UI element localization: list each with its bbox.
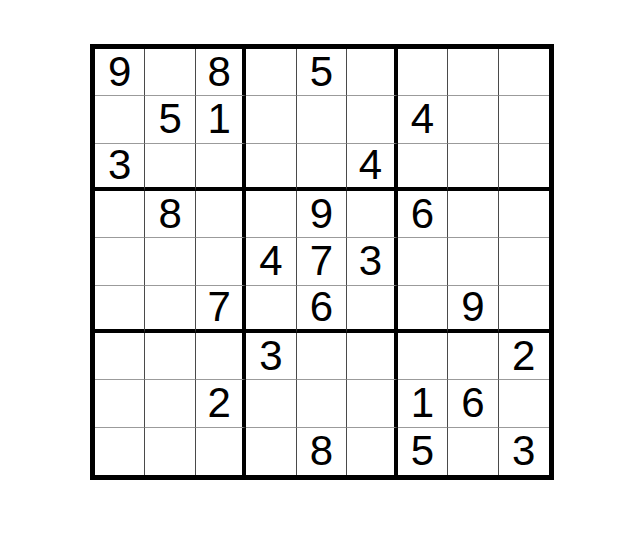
cell-r8c9[interactable] xyxy=(499,380,549,427)
cell-r9c6[interactable] xyxy=(347,428,397,475)
cell-r7c6[interactable] xyxy=(347,333,397,380)
cell-r8c7[interactable]: 1 xyxy=(398,380,448,427)
given-digit: 3 xyxy=(512,430,535,472)
cell-r1c3[interactable]: 8 xyxy=(196,49,246,96)
cell-r8c5[interactable] xyxy=(297,380,347,427)
cell-r9c4[interactable] xyxy=(246,428,296,475)
given-digit: 5 xyxy=(411,430,434,472)
cell-r1c9[interactable] xyxy=(499,49,549,96)
given-digit: 8 xyxy=(207,51,230,93)
cell-r2c7[interactable]: 4 xyxy=(398,96,448,143)
cell-r2c4[interactable] xyxy=(246,96,296,143)
cell-r3c6[interactable]: 4 xyxy=(347,144,397,191)
given-digit: 3 xyxy=(108,144,131,186)
given-digit: 8 xyxy=(310,430,333,472)
cell-r4c6[interactable] xyxy=(347,191,397,238)
cell-r1c1[interactable]: 9 xyxy=(95,49,145,96)
cell-r4c2[interactable]: 8 xyxy=(145,191,195,238)
cell-r5c9[interactable] xyxy=(499,238,549,285)
cell-r6c6[interactable] xyxy=(347,286,397,333)
cell-r5c7[interactable] xyxy=(398,238,448,285)
given-digit: 6 xyxy=(310,286,333,328)
cell-r4c4[interactable] xyxy=(246,191,296,238)
sudoku-page: 9855143489647376932216853 xyxy=(0,0,640,540)
given-digit: 9 xyxy=(108,51,131,93)
cell-r8c2[interactable] xyxy=(145,380,195,427)
given-digit: 1 xyxy=(207,98,230,140)
given-digit: 8 xyxy=(158,193,181,235)
cell-r8c4[interactable] xyxy=(246,380,296,427)
cell-r3c1[interactable]: 3 xyxy=(95,144,145,191)
cell-r3c7[interactable] xyxy=(398,144,448,191)
cell-r9c9[interactable]: 3 xyxy=(499,428,549,475)
cell-r5c4[interactable]: 4 xyxy=(246,238,296,285)
cell-r8c8[interactable]: 6 xyxy=(448,380,498,427)
cell-r3c2[interactable] xyxy=(145,144,195,191)
given-digit: 7 xyxy=(310,240,333,282)
given-digit: 6 xyxy=(411,193,434,235)
cell-r9c5[interactable]: 8 xyxy=(297,428,347,475)
cell-r5c5[interactable]: 7 xyxy=(297,238,347,285)
given-digit: 3 xyxy=(359,240,382,282)
cell-r1c6[interactable] xyxy=(347,49,397,96)
cell-r2c1[interactable] xyxy=(95,96,145,143)
cell-r7c5[interactable] xyxy=(297,333,347,380)
cell-r7c1[interactable] xyxy=(95,333,145,380)
cell-r3c9[interactable] xyxy=(499,144,549,191)
cell-r8c3[interactable]: 2 xyxy=(196,380,246,427)
cell-r4c3[interactable] xyxy=(196,191,246,238)
cell-r1c5[interactable]: 5 xyxy=(297,49,347,96)
cell-r6c8[interactable]: 9 xyxy=(448,286,498,333)
cell-r7c9[interactable]: 2 xyxy=(499,333,549,380)
cell-r5c3[interactable] xyxy=(196,238,246,285)
cell-r7c7[interactable] xyxy=(398,333,448,380)
given-digit: 9 xyxy=(310,193,333,235)
cell-r7c2[interactable] xyxy=(145,333,195,380)
cell-r5c1[interactable] xyxy=(95,238,145,285)
cell-r5c6[interactable]: 3 xyxy=(347,238,397,285)
cell-r2c5[interactable] xyxy=(297,96,347,143)
given-digit: 3 xyxy=(259,335,282,377)
cell-r2c6[interactable] xyxy=(347,96,397,143)
given-digit: 7 xyxy=(207,286,230,328)
cell-r9c7[interactable]: 5 xyxy=(398,428,448,475)
cell-r2c9[interactable] xyxy=(499,96,549,143)
cell-r9c8[interactable] xyxy=(448,428,498,475)
cell-r2c2[interactable]: 5 xyxy=(145,96,195,143)
cell-r6c3[interactable]: 7 xyxy=(196,286,246,333)
cell-r9c2[interactable] xyxy=(145,428,195,475)
cell-r6c9[interactable] xyxy=(499,286,549,333)
given-digit: 5 xyxy=(310,51,333,93)
cell-r4c8[interactable] xyxy=(448,191,498,238)
cell-r3c3[interactable] xyxy=(196,144,246,191)
cell-r3c5[interactable] xyxy=(297,144,347,191)
cell-r1c7[interactable] xyxy=(398,49,448,96)
cell-r7c8[interactable] xyxy=(448,333,498,380)
cell-r5c8[interactable] xyxy=(448,238,498,285)
cell-r9c3[interactable] xyxy=(196,428,246,475)
cell-r1c4[interactable] xyxy=(246,49,296,96)
cell-r6c2[interactable] xyxy=(145,286,195,333)
cell-r7c3[interactable] xyxy=(196,333,246,380)
cell-r2c8[interactable] xyxy=(448,96,498,143)
cell-r8c1[interactable] xyxy=(95,380,145,427)
cell-r3c4[interactable] xyxy=(246,144,296,191)
given-digit: 2 xyxy=(512,335,535,377)
cell-r6c7[interactable] xyxy=(398,286,448,333)
given-digit: 4 xyxy=(259,240,282,282)
cell-r6c1[interactable] xyxy=(95,286,145,333)
given-digit: 6 xyxy=(461,382,484,424)
given-digit: 5 xyxy=(158,98,181,140)
cell-r2c3[interactable]: 1 xyxy=(196,96,246,143)
cell-r9c1[interactable] xyxy=(95,428,145,475)
given-digit: 2 xyxy=(207,382,230,424)
cell-r5c2[interactable] xyxy=(145,238,195,285)
cell-r6c4[interactable] xyxy=(246,286,296,333)
cell-r6c5[interactable]: 6 xyxy=(297,286,347,333)
cell-r1c8[interactable] xyxy=(448,49,498,96)
cell-r8c6[interactable] xyxy=(347,380,397,427)
cell-r4c7[interactable]: 6 xyxy=(398,191,448,238)
cell-r4c1[interactable] xyxy=(95,191,145,238)
cell-r3c8[interactable] xyxy=(448,144,498,191)
given-digit: 9 xyxy=(461,286,484,328)
given-digit: 1 xyxy=(411,382,434,424)
given-digit: 4 xyxy=(359,144,382,186)
given-digit: 4 xyxy=(411,98,434,140)
cell-r4c5[interactable]: 9 xyxy=(297,191,347,238)
cell-r4c9[interactable] xyxy=(499,191,549,238)
cell-r1c2[interactable] xyxy=(145,49,195,96)
sudoku-board: 9855143489647376932216853 xyxy=(90,44,554,480)
cell-r7c4[interactable]: 3 xyxy=(246,333,296,380)
